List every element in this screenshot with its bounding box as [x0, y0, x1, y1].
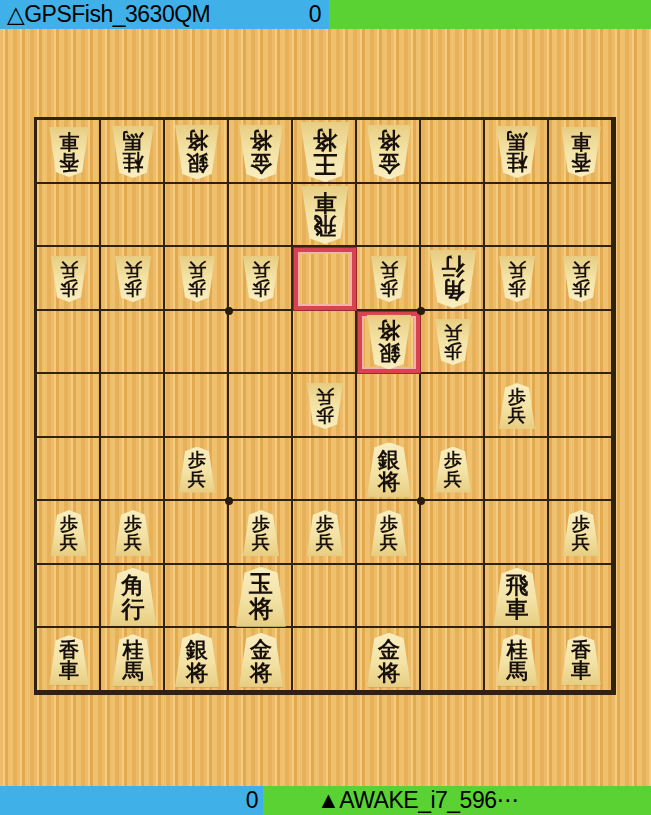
- piece-kanji: 金: [378, 638, 400, 660]
- board-square-1f[interactable]: [549, 438, 613, 502]
- piece-kanji: 歩: [188, 279, 206, 297]
- board-square-7b[interactable]: [165, 184, 229, 248]
- shogi-board-grid: 香車桂馬銀将金将王将金将桂馬香車飛車歩兵歩兵歩兵歩兵歩兵角行歩兵歩兵銀将歩兵歩兵…: [37, 120, 613, 692]
- piece-kanji: 馬: [123, 660, 144, 681]
- board-square-1e[interactable]: [549, 374, 613, 438]
- piece-kanji: 将: [378, 660, 400, 682]
- piece-kanji: 歩: [380, 279, 398, 297]
- sente-player-name: ▲AWAKE_i7_596⋯: [317, 786, 519, 815]
- board-square-6b[interactable]: [229, 184, 293, 248]
- board-square-2b[interactable]: [485, 184, 549, 248]
- piece-kanji: 車: [571, 660, 591, 680]
- piece-kanji: 歩: [60, 279, 78, 297]
- piece-kanji: 飛: [314, 215, 337, 238]
- piece-kanji: 桂: [507, 152, 528, 173]
- piece-kanji: 香: [571, 152, 591, 172]
- gote-time-remaining-bar: [329, 0, 651, 29]
- board-square-9d[interactable]: [37, 311, 101, 375]
- board-square-6e[interactable]: [229, 374, 293, 438]
- board-square-4h[interactable]: [357, 565, 421, 629]
- board-square-3e[interactable]: [421, 374, 485, 438]
- gote-player-name: △GPSFish_3630QM: [7, 0, 210, 29]
- piece-kanji: 馬: [507, 130, 528, 151]
- piece-kanji: 車: [59, 131, 79, 151]
- piece-kanji: 兵: [380, 261, 398, 279]
- piece-kanji: 行: [122, 597, 145, 620]
- board-square-5h[interactable]: [293, 565, 357, 629]
- gote-clock-segment: △GPSFish_3630QM 0: [0, 0, 329, 29]
- piece-kanji: 車: [571, 131, 591, 151]
- piece-kanji: 銀: [186, 638, 208, 660]
- star-point: [225, 307, 233, 315]
- piece-kanji: 兵: [316, 533, 334, 551]
- sente-clock-segment: 0: [0, 786, 263, 815]
- board-square-3a[interactable]: [421, 120, 485, 184]
- board-square-5d[interactable]: [293, 311, 357, 375]
- piece-kanji: 香: [59, 640, 79, 660]
- piece-kanji: 桂: [123, 639, 144, 660]
- app: △GPSFish_3630QM 0 香車桂馬銀将金将王将金将桂馬香車飛車歩兵歩兵…: [0, 0, 651, 815]
- board-square-1b[interactable]: [549, 184, 613, 248]
- board-square-4e[interactable]: [357, 374, 421, 438]
- piece-kanji: 兵: [60, 533, 78, 551]
- piece-kanji: 馬: [507, 660, 528, 681]
- piece-kanji: 角: [442, 279, 465, 302]
- piece-kanji: 兵: [252, 261, 270, 279]
- piece-kanji: 兵: [380, 533, 398, 551]
- board-square-7h[interactable]: [165, 565, 229, 629]
- piece-kanji: 将: [186, 660, 208, 682]
- piece-kanji: 歩: [508, 279, 526, 297]
- piece-kanji: 将: [250, 129, 272, 151]
- piece-kanji: 兵: [508, 406, 526, 424]
- piece-kanji: 歩: [572, 279, 590, 297]
- piece-kanji: 銀: [378, 447, 400, 469]
- board-square-3b[interactable]: [421, 184, 485, 248]
- piece-kanji: 飛: [506, 573, 529, 596]
- board-square-7d[interactable]: [165, 311, 229, 375]
- board-square-2d[interactable]: [485, 311, 549, 375]
- piece-kanji: 兵: [124, 533, 142, 551]
- board-square-6f[interactable]: [229, 438, 293, 502]
- piece-kanji: 歩: [252, 279, 270, 297]
- piece-kanji: 桂: [507, 639, 528, 660]
- board-square-7e[interactable]: [165, 374, 229, 438]
- piece-kanji: 金: [250, 638, 272, 660]
- piece-kanji: 将: [378, 129, 400, 151]
- board-square-8e[interactable]: [101, 374, 165, 438]
- piece-kanji: 兵: [572, 533, 590, 551]
- board-square-1h[interactable]: [549, 565, 613, 629]
- gote-player-bar: △GPSFish_3630QM 0: [0, 0, 651, 29]
- board-square-5i[interactable]: [293, 628, 357, 692]
- board-square-5f[interactable]: [293, 438, 357, 502]
- piece-kanji: 桂: [123, 152, 144, 173]
- board-square-8b[interactable]: [101, 184, 165, 248]
- piece-kanji: 将: [186, 129, 208, 151]
- board-square-8f[interactable]: [101, 438, 165, 502]
- piece-kanji: 金: [378, 152, 400, 174]
- piece-kanji: 兵: [444, 470, 462, 488]
- piece-kanji: 兵: [316, 388, 334, 406]
- sente-time-remaining-bar: ▲AWAKE_i7_596⋯: [263, 786, 651, 815]
- board-square-1d[interactable]: [549, 311, 613, 375]
- board-square-9e[interactable]: [37, 374, 101, 438]
- shogi-board: 香車桂馬銀将金将王将金将桂馬香車飛車歩兵歩兵歩兵歩兵歩兵角行歩兵歩兵銀将歩兵歩兵…: [34, 117, 616, 695]
- board-square-3i[interactable]: [421, 628, 485, 692]
- sente-player-bar: 0 ▲AWAKE_i7_596⋯: [0, 786, 651, 815]
- piece-kanji: 歩: [124, 279, 142, 297]
- piece-kanji: 車: [59, 660, 79, 680]
- piece-kanji: 兵: [444, 324, 462, 342]
- piece-kanji: 将: [249, 597, 273, 621]
- piece-kanji: 金: [250, 152, 272, 174]
- star-point: [225, 497, 233, 505]
- board-square-3g[interactable]: [421, 501, 485, 565]
- piece-kanji: 兵: [188, 261, 206, 279]
- board-square-9f[interactable]: [37, 438, 101, 502]
- board-square-2g[interactable]: [485, 501, 549, 565]
- piece-kanji: 将: [250, 660, 272, 682]
- board-square-4b[interactable]: [357, 184, 421, 248]
- board-square-9b[interactable]: [37, 184, 101, 248]
- gote-score: 0: [309, 0, 321, 29]
- star-point: [417, 307, 425, 315]
- board-square-9h[interactable]: [37, 565, 101, 629]
- board-square-3h[interactable]: [421, 565, 485, 629]
- piece-kanji: 兵: [188, 470, 206, 488]
- piece-kanji: 王: [313, 152, 337, 176]
- sente-score: 0: [246, 786, 258, 815]
- piece-kanji: 銀: [186, 152, 208, 174]
- board-square-7g[interactable]: [165, 501, 229, 565]
- piece-kanji: 車: [506, 597, 529, 620]
- piece-kanji: 歩: [444, 342, 462, 360]
- board-square-2f[interactable]: [485, 438, 549, 502]
- piece-kanji: 兵: [252, 533, 270, 551]
- piece-kanji: 将: [378, 320, 400, 342]
- piece-kanji: 兵: [60, 261, 78, 279]
- piece-kanji: 将: [313, 127, 337, 151]
- piece-kanji: 角: [122, 573, 145, 596]
- piece-kanji: 将: [378, 470, 400, 492]
- piece-kanji: 香: [59, 152, 79, 172]
- piece-kanji: 車: [314, 192, 337, 215]
- piece-kanji: 馬: [123, 130, 144, 151]
- piece-kanji: 歩: [316, 406, 334, 424]
- piece-kanji: 兵: [508, 261, 526, 279]
- board-square-8d[interactable]: [101, 311, 165, 375]
- star-point: [417, 497, 425, 505]
- piece-kanji: 香: [571, 640, 591, 660]
- piece-kanji: 兵: [124, 261, 142, 279]
- board-square-5c[interactable]: [293, 247, 357, 311]
- piece-kanji: 兵: [572, 261, 590, 279]
- board-square-6d[interactable]: [229, 311, 293, 375]
- piece-kanji: 行: [442, 255, 465, 278]
- piece-kanji: 銀: [378, 342, 400, 364]
